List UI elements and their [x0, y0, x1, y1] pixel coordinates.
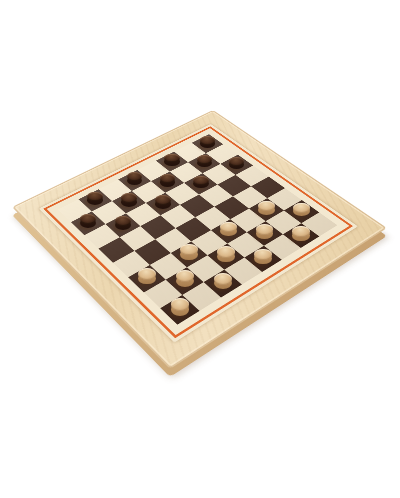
checkers-board: [12, 110, 387, 369]
product-photo: [0, 0, 400, 498]
board-grid: [58, 134, 337, 324]
